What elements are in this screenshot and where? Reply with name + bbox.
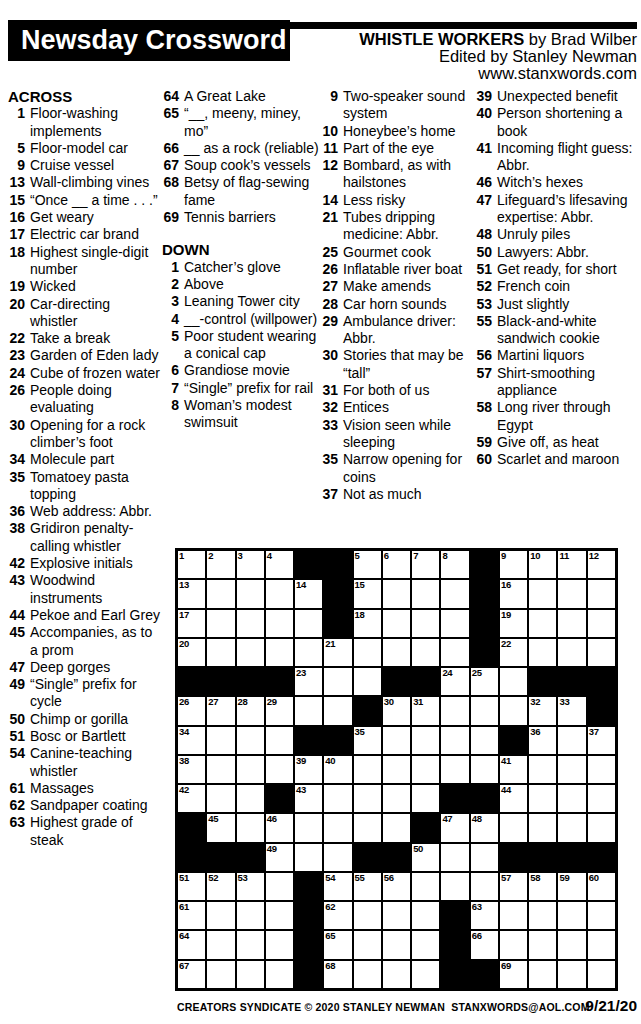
clue-text: Web address: Abbr. <box>30 503 161 520</box>
clue-number: 59 <box>475 434 497 451</box>
grid-cell-r12c3[interactable]: 53 <box>236 872 265 901</box>
grid-cell-r9c7[interactable] <box>353 784 382 813</box>
cell-number-12: 12 <box>589 551 599 561</box>
grid-cell-r12c14[interactable]: 59 <box>557 872 586 901</box>
grid-cell-r8c3[interactable] <box>236 755 265 784</box>
clue-20: 20Car-directing whistler <box>8 296 161 331</box>
grid-cell-r12c4[interactable] <box>265 872 294 901</box>
grid-cell-r14c3[interactable] <box>236 930 265 959</box>
grid-cell-r4c10[interactable] <box>440 638 469 667</box>
grid-cell-r14c4[interactable] <box>265 930 294 959</box>
grid-cell-r6c9[interactable]: 31 <box>411 696 440 725</box>
grid-cell-r2c8[interactable] <box>382 579 411 608</box>
grid-cell-r8c5[interactable]: 39 <box>294 755 323 784</box>
grid-cell-r4c7[interactable] <box>353 638 382 667</box>
cell-number-38: 38 <box>179 756 189 766</box>
black-square-r5c2 <box>206 667 235 696</box>
black-square-r1c6 <box>323 550 352 579</box>
grid-cell-r3c13[interactable] <box>528 609 557 638</box>
grid-cell-r2c4[interactable] <box>265 579 294 608</box>
clue-23: 23Garden of Eden lady <box>8 347 161 364</box>
clue-number: 47 <box>8 659 30 676</box>
grid-cell-r12c7[interactable]: 55 <box>353 872 382 901</box>
clue-13: 13Wall-climbing vines <box>8 174 161 191</box>
clue-6: 6Grandiose movie <box>162 362 319 379</box>
clue-34: 34Molecule part <box>8 451 161 468</box>
grid-cell-r9c1[interactable]: 42 <box>177 784 206 813</box>
grid-cell-r10c7[interactable] <box>353 813 382 842</box>
cell-number-37: 37 <box>589 727 599 737</box>
grid-cell-r1c9[interactable]: 7 <box>411 550 440 579</box>
grid-cell-r2c10[interactable] <box>440 579 469 608</box>
clue-54: 54Canine-teaching whistler <box>8 745 161 780</box>
grid-cell-r8c10[interactable] <box>440 755 469 784</box>
grid-cell-r1c4[interactable]: 4 <box>265 550 294 579</box>
grid-cell-r11c5[interactable] <box>294 843 323 872</box>
clue-4: 4__-control (willpower) <box>162 311 319 328</box>
grid-cell-r11c9[interactable]: 50 <box>411 843 440 872</box>
clue-number: 29 <box>321 313 343 348</box>
grid-cell-r6c6[interactable] <box>323 696 352 725</box>
grid-cell-r6c13[interactable]: 32 <box>528 696 557 725</box>
grid-cell-r6c1[interactable]: 26 <box>177 696 206 725</box>
grid-cell-r3c9[interactable] <box>411 609 440 638</box>
grid-cell-r3c5[interactable] <box>294 609 323 638</box>
grid-cell-r11c6[interactable] <box>323 843 352 872</box>
grid-cell-r7c3[interactable] <box>236 726 265 755</box>
clue-text: “Single” prefix for cycle <box>30 676 161 711</box>
cell-number-29: 29 <box>267 697 277 707</box>
grid-cell-r13c15[interactable] <box>587 901 616 930</box>
grid-cell-r9c14[interactable] <box>557 784 586 813</box>
black-square-r15c11 <box>470 960 499 989</box>
grid-cell-r10c2[interactable]: 45 <box>206 813 235 842</box>
grid-cell-r4c12[interactable]: 22 <box>499 638 528 667</box>
grid-cell-r1c8[interactable]: 6 <box>382 550 411 579</box>
grid-cell-r15c3[interactable] <box>236 960 265 989</box>
clue-text: Unexpected benefit <box>497 88 637 105</box>
clue-5: 5Poor student wearing a conical cap <box>162 328 319 363</box>
clue-text: Sandpaper coating <box>30 797 161 814</box>
clue-text: Give off, as heat <box>497 434 637 451</box>
grid-cell-r12c13[interactable]: 58 <box>528 872 557 901</box>
clue-3: 3Leaning Tower city <box>162 293 319 310</box>
clue-number: 16 <box>8 209 30 226</box>
grid-cell-r12c9[interactable] <box>411 872 440 901</box>
grid-cell-r5c5[interactable]: 23 <box>294 667 323 696</box>
grid-cell-r14c2[interactable] <box>206 930 235 959</box>
black-square-r13c5 <box>294 901 323 930</box>
grid-cell-r13c3[interactable] <box>236 901 265 930</box>
grid-cell-r15c4[interactable] <box>265 960 294 989</box>
clue-48: 48Unruly piles <box>475 226 637 243</box>
grid-cell-r1c15[interactable]: 12 <box>587 550 616 579</box>
grid-cell-r6c14[interactable]: 33 <box>557 696 586 725</box>
grid-cell-r6c5[interactable] <box>294 696 323 725</box>
grid-cell-r8c2[interactable] <box>206 755 235 784</box>
grid-cell-r15c15[interactable] <box>587 960 616 989</box>
grid-cell-r6c2[interactable]: 27 <box>206 696 235 725</box>
clue-37: 37Not as much <box>321 486 474 503</box>
grid-cell-r10c14[interactable] <box>557 813 586 842</box>
grid-cell-r9c15[interactable] <box>587 784 616 813</box>
grid-cell-r9c5[interactable]: 43 <box>294 784 323 813</box>
grid-cell-r10c5[interactable] <box>294 813 323 842</box>
grid-cell-r4c6[interactable]: 21 <box>323 638 352 667</box>
grid-cell-r10c4[interactable]: 46 <box>265 813 294 842</box>
clue-text: Explosive initials <box>30 555 161 572</box>
grid-cell-r8c11[interactable] <box>470 755 499 784</box>
grid-cell-r7c7[interactable]: 35 <box>353 726 382 755</box>
clue-text: Shirt-smoothing appliance <box>497 365 637 400</box>
grid-cell-r9c13[interactable] <box>528 784 557 813</box>
clue-number: 34 <box>8 451 30 468</box>
clue-65: 65“__, meeny, miney, mo” <box>162 105 319 140</box>
black-square-r5c3 <box>236 667 265 696</box>
grid-cell-r1c7[interactable]: 5 <box>353 550 382 579</box>
grid-cell-r13c8[interactable] <box>382 901 411 930</box>
grid-cell-r15c1[interactable]: 67 <box>177 960 206 989</box>
grid-cell-r14c6[interactable]: 65 <box>323 930 352 959</box>
grid-cell-r3c14[interactable] <box>557 609 586 638</box>
grid-cell-r8c8[interactable] <box>382 755 411 784</box>
grid-cell-r13c1[interactable]: 61 <box>177 901 206 930</box>
clue-36: 36Web address: Abbr. <box>8 503 161 520</box>
clue-number: 4 <box>162 311 184 328</box>
grid-cell-r13c2[interactable] <box>206 901 235 930</box>
black-square-r7c12 <box>499 726 528 755</box>
grid-cell-r4c13[interactable] <box>528 638 557 667</box>
clue-number: 62 <box>8 797 30 814</box>
clue-number: 12 <box>321 157 343 192</box>
grid-cell-r5c12[interactable] <box>499 667 528 696</box>
clue-19: 19Wicked <box>8 278 161 295</box>
clue-27: 27Make amends <box>321 278 474 295</box>
grid-cell-r10c3[interactable] <box>236 813 265 842</box>
grid-cell-r4c9[interactable] <box>411 638 440 667</box>
grid-cell-r8c13[interactable] <box>528 755 557 784</box>
clue-number: 8 <box>162 397 184 432</box>
black-square-r11c1 <box>177 843 206 872</box>
grid-cell-r2c7[interactable]: 15 <box>353 579 382 608</box>
grid-cell-r15c9[interactable] <box>411 960 440 989</box>
clue-number: 49 <box>8 676 30 711</box>
grid-cell-r3c8[interactable] <box>382 609 411 638</box>
clue-60: 60Scarlet and maroon <box>475 451 637 468</box>
clue-26: 26Inflatable river boat <box>321 261 474 278</box>
black-square-r12c5 <box>294 872 323 901</box>
grid-cell-r1c14[interactable]: 11 <box>557 550 586 579</box>
clue-21: 21Tubes dripping medicine: Abbr. <box>321 209 474 244</box>
black-square-r14c10 <box>440 930 469 959</box>
clue-number: 52 <box>475 278 497 295</box>
clue-number: 32 <box>321 399 343 416</box>
grid-cell-r1c2[interactable]: 2 <box>206 550 235 579</box>
grid-cell-r15c13[interactable] <box>528 960 557 989</box>
clue-number: 2 <box>162 276 184 293</box>
grid-cell-r3c4[interactable] <box>265 609 294 638</box>
grid-cell-r3c2[interactable] <box>206 609 235 638</box>
clue-number: 5 <box>162 328 184 363</box>
grid-cell-r12c1[interactable]: 51 <box>177 872 206 901</box>
clue-9: 9Cruise vessel <box>8 157 161 174</box>
grid-cell-r7c1[interactable]: 34 <box>177 726 206 755</box>
grid-cell-r13c7[interactable] <box>353 901 382 930</box>
grid-cell-r9c8[interactable] <box>382 784 411 813</box>
grid-cell-r4c3[interactable] <box>236 638 265 667</box>
grid-cell-r15c8[interactable] <box>382 960 411 989</box>
grid-cell-r14c1[interactable]: 64 <box>177 930 206 959</box>
grid-cell-r10c8[interactable] <box>382 813 411 842</box>
grid-cell-r4c14[interactable] <box>557 638 586 667</box>
clue-41: 41Incoming flight guess: Abbr. <box>475 140 637 175</box>
grid-cell-r8c4[interactable] <box>265 755 294 784</box>
cell-number-46: 46 <box>267 814 277 824</box>
clue-number: 50 <box>8 711 30 728</box>
clue-43: 43Woodwind instruments <box>8 572 161 607</box>
grid-cell-r6c10[interactable] <box>440 696 469 725</box>
grid-cell-r14c13[interactable] <box>528 930 557 959</box>
grid-cell-r3c10[interactable] <box>440 609 469 638</box>
puzzle-editor: Edited by Stanley Newman <box>359 48 637 65</box>
cell-number-20: 20 <box>179 639 189 649</box>
cell-number-53: 53 <box>238 873 248 883</box>
grid-cell-r6c4[interactable]: 29 <box>265 696 294 725</box>
clue-55: 55Black-and-white sandwich cookie <box>475 313 637 348</box>
grid-cell-r14c8[interactable] <box>382 930 411 959</box>
cell-number-33: 33 <box>559 697 569 707</box>
grid-cell-r3c1[interactable]: 17 <box>177 609 206 638</box>
clue-number: 42 <box>8 555 30 572</box>
clue-column-4: 39Unexpected benefit40Person shortening … <box>475 88 637 469</box>
grid-cell-r11c10[interactable] <box>440 843 469 872</box>
clue-58: 58Long river through Egypt <box>475 399 637 434</box>
grid-cell-r1c3[interactable]: 3 <box>236 550 265 579</box>
grid-cell-r4c15[interactable] <box>587 638 616 667</box>
grid-cell-r7c8[interactable] <box>382 726 411 755</box>
grid-cell-r8c6[interactable]: 40 <box>323 755 352 784</box>
grid-cell-r15c7[interactable] <box>353 960 382 989</box>
black-square-r4c11 <box>470 638 499 667</box>
crossword-grid: 1234567891011121314151617181920212223242… <box>175 548 618 991</box>
clue-50: 50Lawyers: Abbr. <box>475 244 637 261</box>
clue-number: 30 <box>321 347 343 382</box>
cell-number-16: 16 <box>501 580 511 590</box>
grid-cell-r8c7[interactable] <box>353 755 382 784</box>
cell-number-4: 4 <box>267 551 272 561</box>
grid-cell-r15c14[interactable] <box>557 960 586 989</box>
clue-text: Canine-teaching whistler <box>30 745 161 780</box>
grid-cell-r4c8[interactable] <box>382 638 411 667</box>
clue-number: 38 <box>8 520 30 555</box>
grid-cell-r14c11[interactable]: 66 <box>470 930 499 959</box>
grid-cell-r10c13[interactable] <box>528 813 557 842</box>
grid-cell-r7c11[interactable] <box>470 726 499 755</box>
clue-number: 35 <box>8 469 30 504</box>
grid-cell-r12c10[interactable] <box>440 872 469 901</box>
clue-text: Electric car brand <box>30 226 161 243</box>
grid-cell-r3c15[interactable] <box>587 609 616 638</box>
grid-cell-r8c9[interactable] <box>411 755 440 784</box>
cell-number-8: 8 <box>442 551 447 561</box>
grid-cell-r14c14[interactable] <box>557 930 586 959</box>
grid-cell-r10c10[interactable]: 47 <box>440 813 469 842</box>
clue-14: 14Less risky <box>321 192 474 209</box>
grid-cell-r8c12[interactable]: 41 <box>499 755 528 784</box>
clue-number: 14 <box>321 192 343 209</box>
grid-cell-r13c6[interactable]: 62 <box>323 901 352 930</box>
grid-cell-r2c14[interactable] <box>557 579 586 608</box>
clue-number: 17 <box>8 226 30 243</box>
grid-cell-r2c1[interactable]: 13 <box>177 579 206 608</box>
clue-number: 1 <box>8 105 30 140</box>
grid-cell-r7c4[interactable] <box>265 726 294 755</box>
grid-cell-r3c3[interactable] <box>236 609 265 638</box>
clue-text: Black-and-white sandwich cookie <box>497 313 637 348</box>
grid-cell-r4c1[interactable]: 20 <box>177 638 206 667</box>
grid-cell-r7c9[interactable] <box>411 726 440 755</box>
grid-cell-r1c13[interactable]: 10 <box>528 550 557 579</box>
clue-text: Massages <box>30 780 161 797</box>
grid-cell-r4c2[interactable] <box>206 638 235 667</box>
cell-number-31: 31 <box>413 697 423 707</box>
grid-cell-r13c12[interactable] <box>499 901 528 930</box>
grid-cell-r12c2[interactable]: 52 <box>206 872 235 901</box>
cell-number-45: 45 <box>208 814 218 824</box>
grid-cell-r9c2[interactable] <box>206 784 235 813</box>
grid-cell-r3c12[interactable]: 19 <box>499 609 528 638</box>
grid-cell-r10c11[interactable]: 48 <box>470 813 499 842</box>
grid-cell-r12c6[interactable]: 54 <box>323 872 352 901</box>
clue-number: 65 <box>162 105 184 140</box>
grid-cell-r4c4[interactable] <box>265 638 294 667</box>
grid-cell-r9c6[interactable] <box>323 784 352 813</box>
grid-cell-r15c12[interactable]: 69 <box>499 960 528 989</box>
grid-cell-r1c10[interactable]: 8 <box>440 550 469 579</box>
grid-cell-r9c3[interactable] <box>236 784 265 813</box>
clue-33: 33Vision seen while sleeping <box>321 417 474 452</box>
grid-cell-r4c5[interactable] <box>294 638 323 667</box>
cell-number-43: 43 <box>296 785 306 795</box>
grid-cell-r15c2[interactable] <box>206 960 235 989</box>
clue-number: 19 <box>8 278 30 295</box>
grid-cell-r2c2[interactable] <box>206 579 235 608</box>
grid-cell-r5c6[interactable] <box>323 667 352 696</box>
grid-cell-r12c11[interactable] <box>470 872 499 901</box>
grid-cell-r14c15[interactable] <box>587 930 616 959</box>
black-square-r11c7 <box>353 843 382 872</box>
grid-cell-r13c4[interactable] <box>265 901 294 930</box>
grid-cell-r7c2[interactable] <box>206 726 235 755</box>
grid-cell-r13c9[interactable] <box>411 901 440 930</box>
grid-cell-r11c4[interactable]: 49 <box>265 843 294 872</box>
grid-cell-r12c12[interactable]: 57 <box>499 872 528 901</box>
cell-number-3: 3 <box>238 551 243 561</box>
cell-number-32: 32 <box>530 697 540 707</box>
grid-cell-r2c5[interactable]: 14 <box>294 579 323 608</box>
clue-text: Molecule part <box>30 451 161 468</box>
grid-cell-r1c1[interactable]: 1 <box>177 550 206 579</box>
clue-number: 33 <box>321 417 343 452</box>
grid-cell-r8c15[interactable] <box>587 755 616 784</box>
black-square-r3c6 <box>323 609 352 638</box>
clue-38: 38Gridiron penalty-calling whistler <box>8 520 161 555</box>
grid-cell-r6c12[interactable] <box>499 696 528 725</box>
grid-cell-r12c15[interactable]: 60 <box>587 872 616 901</box>
grid-cell-r8c1[interactable]: 38 <box>177 755 206 784</box>
black-square-r5c13 <box>528 667 557 696</box>
clue-number: 58 <box>475 399 497 434</box>
grid-cell-r9c12[interactable]: 44 <box>499 784 528 813</box>
grid-cell-r7c10[interactable] <box>440 726 469 755</box>
grid-cell-r2c13[interactable] <box>528 579 557 608</box>
clue-number: 56 <box>475 347 497 364</box>
grid-cell-r14c9[interactable] <box>411 930 440 959</box>
grid-cell-r5c11[interactable]: 25 <box>470 667 499 696</box>
grid-cell-r2c3[interactable] <box>236 579 265 608</box>
cell-number-47: 47 <box>442 814 452 824</box>
clue-number: 48 <box>475 226 497 243</box>
clue-text: “Single” prefix for rail <box>184 380 319 397</box>
grid-cell-r7c15[interactable]: 37 <box>587 726 616 755</box>
grid-cell-r8c14[interactable] <box>557 755 586 784</box>
clue-text: Unruly piles <box>497 226 637 243</box>
black-square-r11c12 <box>499 843 528 872</box>
clue-number: 3 <box>162 293 184 310</box>
grid-cell-r5c7[interactable] <box>353 667 382 696</box>
grid-cell-r10c6[interactable] <box>323 813 352 842</box>
black-square-r6c15 <box>587 696 616 725</box>
grid-cell-r5c10[interactable]: 24 <box>440 667 469 696</box>
grid-cell-r6c11[interactable] <box>470 696 499 725</box>
grid-cell-r15c6[interactable]: 68 <box>323 960 352 989</box>
grid-cell-r7c14[interactable] <box>557 726 586 755</box>
clue-text: Garden of Eden lady <box>30 347 161 364</box>
grid-cell-r2c15[interactable] <box>587 579 616 608</box>
grid-cell-r1c12[interactable]: 9 <box>499 550 528 579</box>
clue-number: 6 <box>162 362 184 379</box>
cell-number-24: 24 <box>442 668 452 678</box>
clue-number: 54 <box>8 745 30 780</box>
grid-cell-r13c11[interactable]: 63 <box>470 901 499 930</box>
clue-62: 62Sandpaper coating <box>8 797 161 814</box>
clue-25: 25Gourmet cook <box>321 244 474 261</box>
clue-1: 1Catcher’s glove <box>162 259 319 276</box>
clue-text: Lawyers: Abbr. <box>497 244 637 261</box>
grid-cell-r14c7[interactable] <box>353 930 382 959</box>
grid-cell-r2c12[interactable]: 16 <box>499 579 528 608</box>
grid-cell-r6c3[interactable]: 28 <box>236 696 265 725</box>
grid-cell-r13c14[interactable] <box>557 901 586 930</box>
grid-cell-r6c8[interactable]: 30 <box>382 696 411 725</box>
grid-cell-r9c9[interactable] <box>411 784 440 813</box>
grid-cell-r11c11[interactable] <box>470 843 499 872</box>
grid-cell-r10c15[interactable] <box>587 813 616 842</box>
clue-text: Not as much <box>343 486 474 503</box>
grid-cell-r7c13[interactable]: 36 <box>528 726 557 755</box>
grid-cell-r10c12[interactable] <box>499 813 528 842</box>
clue-50: 50Chimp or gorilla <box>8 711 161 728</box>
grid-cell-r12c8[interactable]: 56 <box>382 872 411 901</box>
clue-column-3: 9Two-speaker sound system10Honeybee’s ho… <box>321 88 474 503</box>
cell-number-50: 50 <box>413 844 423 854</box>
grid-cell-r3c7[interactable]: 18 <box>353 609 382 638</box>
grid-cell-r13c13[interactable] <box>528 901 557 930</box>
grid-cell-r14c12[interactable] <box>499 930 528 959</box>
grid-cell-r2c9[interactable] <box>411 579 440 608</box>
clue-63: 63Highest grade of steak <box>8 814 161 849</box>
clue-31: 31For both of us <box>321 382 474 399</box>
